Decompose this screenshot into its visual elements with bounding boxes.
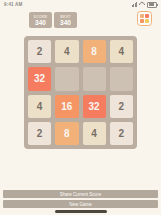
score-value: 340 — [35, 19, 46, 26]
tile-2: 2 — [28, 122, 51, 145]
tile-4: 4 — [28, 95, 51, 118]
status-icons — [132, 2, 158, 8]
battery-icon — [147, 2, 157, 8]
score-box: SCORE 340 — [29, 12, 52, 28]
tile-4: 4 — [83, 122, 106, 145]
game-board[interactable]: 2484324163222842 — [24, 36, 137, 149]
tile-8: 8 — [83, 40, 106, 63]
share-score-button[interactable]: Share Current Score — [3, 190, 158, 198]
tile-4: 4 — [110, 40, 133, 63]
tile-2: 2 — [28, 40, 51, 63]
tile-2: 2 — [110, 95, 133, 118]
empty-cell — [55, 67, 78, 90]
status-bar: 9:41 AM — [4, 1, 157, 8]
status-time: 9:41 AM — [4, 2, 23, 7]
app-screen: 9:41 AM SCORE 340 BEST 340 2484324163222… — [0, 0, 161, 215]
empty-cell — [83, 67, 106, 90]
wifi-icon — [138, 0, 146, 8]
best-score-box: BEST 340 — [54, 12, 77, 28]
tile-8: 8 — [55, 122, 78, 145]
cellular-signal-icon — [132, 2, 138, 7]
empty-cell — [110, 67, 133, 90]
tile-16: 16 — [55, 95, 78, 118]
app-logo-2048-icon[interactable] — [137, 11, 152, 26]
new-game-button[interactable]: New Game — [3, 200, 158, 208]
tile-2: 2 — [110, 122, 133, 145]
best-value: 340 — [60, 19, 71, 26]
tile-32: 32 — [28, 67, 51, 90]
tile-4: 4 — [55, 40, 78, 63]
tile-32: 32 — [83, 95, 106, 118]
home-indicator[interactable] — [55, 210, 107, 213]
